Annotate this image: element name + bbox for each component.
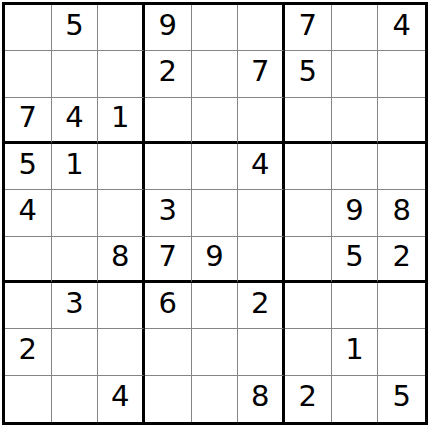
cell-r3c6[interactable] — [238, 98, 285, 144]
given-digit: 5 — [19, 150, 37, 179]
cell-r4c2[interactable]: 1 — [52, 144, 99, 190]
cell-r2c8[interactable] — [332, 51, 379, 97]
cell-r4c6[interactable]: 4 — [238, 144, 285, 190]
cell-r9c2[interactable] — [52, 376, 99, 422]
cell-r4c4[interactable] — [145, 144, 192, 190]
cell-r7c5[interactable] — [192, 283, 239, 329]
cell-r6c1[interactable] — [5, 237, 52, 283]
cell-r1c9[interactable]: 4 — [378, 5, 425, 51]
cell-r2c5[interactable] — [192, 51, 239, 97]
sudoku-page: 5974275741514439887952362214825 — [0, 0, 432, 429]
cell-r3c2[interactable]: 4 — [52, 98, 99, 144]
cell-r1c6[interactable] — [238, 5, 285, 51]
cell-r1c3[interactable] — [98, 5, 145, 51]
given-digit: 2 — [251, 289, 269, 318]
cell-r3c1[interactable]: 7 — [5, 98, 52, 144]
cell-r4c5[interactable] — [192, 144, 239, 190]
given-digit: 1 — [345, 335, 363, 364]
cell-r5c9[interactable]: 8 — [378, 190, 425, 236]
cell-r1c8[interactable] — [332, 5, 379, 51]
given-digit: 2 — [159, 57, 177, 86]
given-digit: 7 — [251, 57, 269, 86]
cell-r7c9[interactable] — [378, 283, 425, 329]
cell-r9c7[interactable]: 2 — [285, 376, 332, 422]
cell-r4c8[interactable] — [332, 144, 379, 190]
given-digit: 3 — [159, 196, 177, 225]
given-digit: 4 — [19, 196, 37, 225]
given-digit: 8 — [392, 196, 410, 225]
given-digit: 1 — [111, 103, 129, 132]
cell-r5c2[interactable] — [52, 190, 99, 236]
cell-r5c6[interactable] — [238, 190, 285, 236]
cell-r9c4[interactable] — [145, 376, 192, 422]
given-digit: 5 — [299, 57, 317, 86]
given-digit: 4 — [65, 103, 83, 132]
given-digit: 8 — [251, 382, 269, 411]
cell-r8c5[interactable] — [192, 329, 239, 375]
cell-r8c8[interactable]: 1 — [332, 329, 379, 375]
cell-r8c6[interactable] — [238, 329, 285, 375]
cell-r9c1[interactable] — [5, 376, 52, 422]
cell-r5c4[interactable]: 3 — [145, 190, 192, 236]
cell-r2c1[interactable] — [5, 51, 52, 97]
given-digit: 3 — [65, 289, 83, 318]
cell-r8c9[interactable] — [378, 329, 425, 375]
cell-r7c7[interactable] — [285, 283, 332, 329]
cell-r8c1[interactable]: 2 — [5, 329, 52, 375]
cell-r6c7[interactable] — [285, 237, 332, 283]
cell-r7c6[interactable]: 2 — [238, 283, 285, 329]
cell-r3c7[interactable] — [285, 98, 332, 144]
cell-r1c7[interactable]: 7 — [285, 5, 332, 51]
given-digit: 9 — [205, 242, 223, 271]
cell-r5c1[interactable]: 4 — [5, 190, 52, 236]
cell-r7c1[interactable] — [5, 283, 52, 329]
cell-r6c4[interactable]: 7 — [145, 237, 192, 283]
given-digit: 7 — [299, 11, 317, 40]
given-digit: 2 — [299, 382, 317, 411]
cell-r7c8[interactable] — [332, 283, 379, 329]
cell-r9c5[interactable] — [192, 376, 239, 422]
cell-r5c3[interactable] — [98, 190, 145, 236]
cell-r3c8[interactable] — [332, 98, 379, 144]
cell-r2c7[interactable]: 5 — [285, 51, 332, 97]
cell-r8c7[interactable] — [285, 329, 332, 375]
cell-r2c6[interactable]: 7 — [238, 51, 285, 97]
cell-r4c7[interactable] — [285, 144, 332, 190]
cell-r1c5[interactable] — [192, 5, 239, 51]
cell-r2c2[interactable] — [52, 51, 99, 97]
given-digit: 7 — [19, 103, 37, 132]
cell-r6c5[interactable]: 9 — [192, 237, 239, 283]
cell-r8c3[interactable] — [98, 329, 145, 375]
given-digit: 2 — [19, 335, 37, 364]
given-digit: 6 — [159, 289, 177, 318]
cell-r2c3[interactable] — [98, 51, 145, 97]
cell-r3c9[interactable] — [378, 98, 425, 144]
cell-r8c2[interactable] — [52, 329, 99, 375]
cell-r6c6[interactable] — [238, 237, 285, 283]
cell-r4c3[interactable] — [98, 144, 145, 190]
cell-r5c8[interactable]: 9 — [332, 190, 379, 236]
cell-r6c3[interactable]: 8 — [98, 237, 145, 283]
cell-r6c9[interactable]: 2 — [378, 237, 425, 283]
given-digit: 9 — [345, 196, 363, 225]
cell-r1c2[interactable]: 5 — [52, 5, 99, 51]
cell-r2c9[interactable] — [378, 51, 425, 97]
given-digit: 9 — [159, 11, 177, 40]
given-digit: 5 — [65, 11, 83, 40]
sudoku-grid: 5974275741514439887952362214825 — [2, 2, 428, 425]
cell-r3c4[interactable] — [145, 98, 192, 144]
cell-r4c9[interactable] — [378, 144, 425, 190]
cell-r9c3[interactable]: 4 — [98, 376, 145, 422]
given-digit: 2 — [392, 242, 410, 271]
cell-r9c9[interactable]: 5 — [378, 376, 425, 422]
given-digit: 4 — [392, 11, 410, 40]
cell-r2c4[interactable]: 2 — [145, 51, 192, 97]
given-digit: 5 — [392, 382, 410, 411]
given-digit: 4 — [251, 150, 269, 179]
cell-r5c5[interactable] — [192, 190, 239, 236]
cell-r5c7[interactable] — [285, 190, 332, 236]
cell-r3c3[interactable]: 1 — [98, 98, 145, 144]
given-digit: 1 — [65, 150, 83, 179]
given-digit: 4 — [111, 382, 129, 411]
cell-r6c8[interactable]: 5 — [332, 237, 379, 283]
cell-r3c5[interactable] — [192, 98, 239, 144]
cell-r6c2[interactable] — [52, 237, 99, 283]
cell-r7c2[interactable]: 3 — [52, 283, 99, 329]
cell-r4c1[interactable]: 5 — [5, 144, 52, 190]
cell-r9c8[interactable] — [332, 376, 379, 422]
given-digit: 7 — [159, 242, 177, 271]
given-digit: 8 — [111, 242, 129, 271]
cell-r7c3[interactable] — [98, 283, 145, 329]
cell-r1c1[interactable] — [5, 5, 52, 51]
cell-r8c4[interactable] — [145, 329, 192, 375]
cell-r1c4[interactable]: 9 — [145, 5, 192, 51]
cell-r9c6[interactable]: 8 — [238, 376, 285, 422]
cell-r7c4[interactable]: 6 — [145, 283, 192, 329]
given-digit: 5 — [345, 242, 363, 271]
